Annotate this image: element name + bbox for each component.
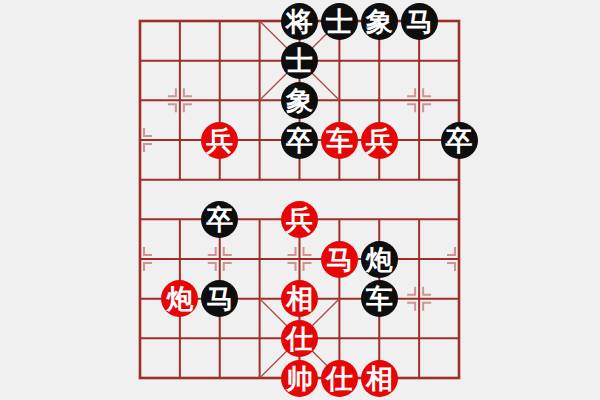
point-1-5[interactable] [160,200,200,240]
point-8-0[interactable] [439,1,479,41]
point-5-2[interactable] [319,81,359,121]
point-7-4[interactable] [399,160,439,200]
point-8-2[interactable] [439,81,479,121]
piece-red-general[interactable]: 帅 [281,360,318,397]
point-2-4[interactable] [200,160,240,200]
point-0-4[interactable] [120,160,160,200]
point-0-6[interactable] [120,239,160,279]
point-1-0[interactable] [160,1,200,41]
point-2-2[interactable] [200,81,240,121]
point-3-4[interactable] [240,160,280,200]
point-2-3[interactable]: 兵 [200,120,240,160]
point-1-1[interactable] [160,41,200,81]
piece-black-elephant[interactable]: 象 [361,3,398,40]
piece-black-soldier[interactable]: 卒 [281,122,318,159]
point-4-2[interactable]: 象 [280,81,320,121]
piece-red-soldier[interactable]: 兵 [201,122,238,159]
piece-red-elephant[interactable]: 相 [361,360,398,397]
point-8-1[interactable] [439,41,479,81]
point-4-4[interactable] [280,160,320,200]
point-7-5[interactable] [399,200,439,240]
point-4-6[interactable] [280,239,320,279]
point-6-8[interactable] [359,319,399,359]
point-1-9[interactable] [160,358,200,398]
point-7-0[interactable]: 马 [399,1,439,41]
piece-red-advisor[interactable]: 仕 [321,360,358,397]
point-3-1[interactable] [240,41,280,81]
point-5-4[interactable] [319,160,359,200]
point-3-0[interactable] [240,1,280,41]
point-2-7[interactable]: 马 [200,279,240,319]
piece-black-cannon[interactable]: 炮 [361,241,398,278]
point-5-9[interactable]: 仕 [319,358,359,398]
point-2-1[interactable] [200,41,240,81]
point-3-9[interactable] [240,358,280,398]
piece-red-horse[interactable]: 马 [321,241,358,278]
point-0-9[interactable] [120,358,160,398]
piece-black-general[interactable]: 将 [281,3,318,40]
point-1-7[interactable]: 炮 [160,279,200,319]
piece-red-cannon[interactable]: 炮 [161,280,198,317]
point-2-9[interactable] [200,358,240,398]
piece-black-advisor[interactable]: 士 [281,42,318,79]
point-4-5[interactable]: 兵 [280,200,320,240]
point-2-6[interactable] [200,239,240,279]
piece-black-elephant[interactable]: 象 [281,82,318,119]
point-6-2[interactable] [359,81,399,121]
point-2-0[interactable] [200,1,240,41]
point-8-4[interactable] [439,160,479,200]
point-7-3[interactable] [399,120,439,160]
point-6-3[interactable]: 兵 [359,120,399,160]
point-5-6[interactable]: 马 [319,239,359,279]
point-5-0[interactable]: 士 [319,1,359,41]
point-0-2[interactable] [120,81,160,121]
piece-red-advisor[interactable]: 仕 [281,320,318,357]
point-8-7[interactable] [439,279,479,319]
point-5-8[interactable] [319,319,359,359]
point-3-3[interactable] [240,120,280,160]
piece-red-soldier[interactable]: 兵 [281,201,318,238]
point-1-2[interactable] [160,81,200,121]
point-3-2[interactable] [240,81,280,121]
point-6-6[interactable]: 炮 [359,239,399,279]
point-5-1[interactable] [319,41,359,81]
point-5-5[interactable] [319,200,359,240]
point-6-9[interactable]: 相 [359,358,399,398]
point-0-7[interactable] [120,279,160,319]
point-5-3[interactable]: 车 [319,120,359,160]
point-4-0[interactable]: 将 [280,1,320,41]
point-7-7[interactable] [399,279,439,319]
point-7-1[interactable] [399,41,439,81]
point-0-8[interactable] [120,319,160,359]
point-3-6[interactable] [240,239,280,279]
point-8-8[interactable] [439,319,479,359]
point-8-6[interactable] [439,239,479,279]
point-1-8[interactable] [160,319,200,359]
point-0-3[interactable] [120,120,160,160]
piece-black-soldier[interactable]: 卒 [201,201,238,238]
piece-black-chariot[interactable]: 车 [361,280,398,317]
xiangqi-board: 将士象马士象兵卒车兵卒卒兵马炮炮马相车仕帅仕相 [0,0,600,400]
point-7-2[interactable] [399,81,439,121]
point-7-8[interactable] [399,319,439,359]
point-8-5[interactable] [439,200,479,240]
point-3-5[interactable] [240,200,280,240]
point-0-5[interactable] [120,200,160,240]
point-3-8[interactable] [240,319,280,359]
board-points[interactable]: 将士象马士象兵卒车兵卒卒兵马炮炮马相车仕帅仕相 [120,1,479,398]
point-8-3[interactable]: 卒 [439,120,479,160]
point-2-5[interactable]: 卒 [200,200,240,240]
point-4-3[interactable]: 卒 [280,120,320,160]
point-7-6[interactable] [399,239,439,279]
piece-red-soldier[interactable]: 兵 [361,122,398,159]
piece-black-horse[interactable]: 马 [401,3,438,40]
point-6-0[interactable]: 象 [359,1,399,41]
point-2-8[interactable] [200,319,240,359]
point-1-6[interactable] [160,239,200,279]
point-6-4[interactable] [359,160,399,200]
point-7-9[interactable] [399,358,439,398]
point-4-9[interactable]: 帅 [280,358,320,398]
piece-black-advisor[interactable]: 士 [321,3,358,40]
point-4-1[interactable]: 士 [280,41,320,81]
piece-black-horse[interactable]: 马 [201,280,238,317]
point-0-1[interactable] [120,41,160,81]
point-5-7[interactable] [319,279,359,319]
point-6-5[interactable] [359,200,399,240]
point-3-7[interactable] [240,279,280,319]
piece-red-elephant[interactable]: 相 [281,280,318,317]
point-8-9[interactable] [439,358,479,398]
point-1-4[interactable] [160,160,200,200]
point-4-8[interactable]: 仕 [280,319,320,359]
point-6-1[interactable] [359,41,399,81]
point-6-7[interactable]: 车 [359,279,399,319]
piece-black-soldier[interactable]: 卒 [441,122,478,159]
point-4-7[interactable]: 相 [280,279,320,319]
piece-red-chariot[interactable]: 车 [321,122,358,159]
point-1-3[interactable] [160,120,200,160]
point-0-0[interactable] [120,1,160,41]
